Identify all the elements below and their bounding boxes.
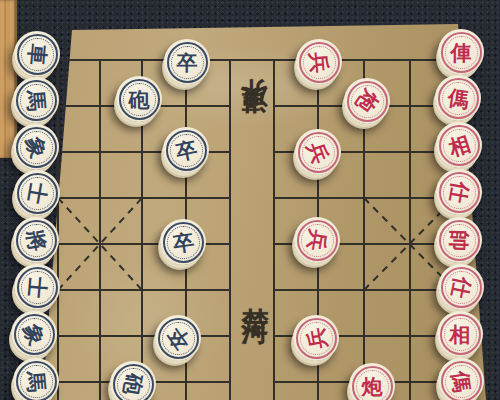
river-label-hanjie: 漢界 (236, 116, 272, 136)
black-general-tray[interactable]: 將 (13, 217, 59, 263)
red-general-tray-face: 帥 (439, 220, 480, 261)
black-soldier-3[interactable]: 卒 (160, 219, 206, 265)
red-cannon-1-face: 炮 (347, 81, 388, 122)
black-elephant-tray-1-glyph: 象 (23, 134, 49, 160)
red-soldier-3[interactable]: 兵 (294, 217, 340, 263)
red-advisor-tray-1-face: 仕 (439, 172, 480, 213)
black-cannon-2[interactable]: 砲 (110, 361, 156, 400)
red-chariot-tray[interactable]: 俥 (438, 29, 484, 75)
red-advisor-tray-1-glyph: 仕 (447, 180, 471, 204)
red-general-tray-glyph: 帥 (448, 229, 470, 251)
black-soldier-4-face: 卒 (158, 318, 199, 359)
red-horse-tray-1-glyph: 傌 (446, 86, 470, 110)
black-cannon-1-glyph: 砲 (129, 89, 150, 110)
black-advisor-tray-2-face: 士 (17, 267, 58, 308)
black-advisor-tray-2-glyph: 士 (26, 276, 49, 299)
black-cannon-2-face: 砲 (113, 364, 154, 400)
black-soldier-2-face: 卒 (166, 130, 207, 171)
black-cannon-2-glyph: 砲 (121, 372, 145, 396)
black-advisor-tray-1[interactable]: 士 (14, 170, 60, 216)
black-cannon-1-face: 砲 (119, 79, 160, 120)
red-general-tray[interactable]: 帥 (436, 217, 482, 263)
river-label-chuhe: 楚河 (237, 286, 273, 306)
red-advisor-tray-2[interactable]: 仕 (438, 264, 484, 310)
black-horse-tray-1-glyph: 馬 (25, 89, 48, 112)
red-soldier-2-glyph: 兵 (305, 139, 332, 166)
red-advisor-tray-2-face: 仕 (441, 267, 482, 308)
black-general-tray-face: 將 (16, 220, 57, 261)
black-soldier-4[interactable]: 卒 (155, 315, 201, 361)
red-soldier-1-face: 兵 (299, 42, 340, 83)
black-elephant-tray-1[interactable]: 象 (13, 124, 59, 170)
red-advisor-tray-2-glyph: 仕 (449, 275, 474, 300)
black-elephant-tray-2[interactable]: 象 (11, 311, 57, 357)
red-chariot-tray-face: 俥 (441, 32, 482, 73)
black-soldier-1[interactable]: 卒 (164, 39, 210, 85)
red-advisor-tray-1[interactable]: 仕 (436, 169, 482, 215)
red-cannon-2-glyph: 炮 (362, 376, 383, 397)
black-cannon-1[interactable]: 砲 (116, 76, 162, 122)
black-horse-tray-1-face: 馬 (16, 80, 57, 121)
black-soldier-2-glyph: 卒 (174, 138, 199, 163)
red-soldier-2-face: 兵 (298, 132, 339, 173)
black-soldier-3-face: 卒 (163, 222, 204, 263)
red-cannon-1-glyph: 炮 (352, 86, 381, 115)
red-horse-tray-2[interactable]: 傌 (438, 358, 484, 400)
red-soldier-4[interactable]: 兵 (293, 315, 339, 361)
black-general-tray-glyph: 將 (24, 228, 48, 252)
red-soldier-3-glyph: 兵 (305, 228, 329, 252)
black-elephant-tray-2-face: 象 (14, 314, 55, 355)
red-soldier-4-glyph: 兵 (304, 326, 328, 350)
black-soldier-3-glyph: 卒 (171, 230, 195, 254)
black-soldier-1-face: 卒 (167, 42, 208, 83)
black-chariot-tray-glyph: 車 (26, 43, 49, 66)
red-horse-tray-2-glyph: 傌 (449, 369, 473, 393)
black-chariot-tray[interactable]: 車 (14, 31, 60, 77)
black-horse-tray-2[interactable]: 馬 (13, 358, 59, 400)
red-soldier-1[interactable]: 兵 (296, 39, 342, 85)
red-elephant-tray-2-glyph: 相 (450, 324, 471, 345)
red-horse-tray-1-face: 傌 (438, 78, 479, 119)
red-cannon-2-face: 炮 (352, 366, 393, 400)
red-cannon-1[interactable]: 炮 (344, 78, 390, 124)
red-horse-tray-2-face: 傌 (441, 361, 482, 400)
red-elephant-tray-1-glyph: 相 (446, 132, 472, 158)
black-horse-tray-1[interactable]: 馬 (13, 77, 59, 123)
black-soldier-2[interactable]: 卒 (163, 127, 209, 173)
black-chariot-tray-face: 車 (17, 34, 58, 75)
red-soldier-2[interactable]: 兵 (295, 129, 341, 175)
red-soldier-4-face: 兵 (296, 318, 337, 359)
red-elephant-tray-1[interactable]: 相 (436, 122, 482, 168)
red-elephant-tray-1-face: 相 (439, 125, 480, 166)
black-advisor-tray-1-face: 士 (17, 173, 58, 214)
black-horse-tray-2-glyph: 馬 (25, 370, 48, 393)
black-horse-tray-2-face: 馬 (16, 361, 57, 400)
board-grid (0, 0, 500, 400)
black-advisor-tray-1-glyph: 士 (25, 181, 49, 205)
red-chariot-tray-glyph: 俥 (451, 42, 472, 63)
red-soldier-1-glyph: 兵 (308, 51, 331, 74)
black-soldier-1-glyph: 卒 (177, 52, 198, 73)
red-elephant-tray-2-face: 相 (440, 314, 481, 355)
black-soldier-4-glyph: 卒 (163, 323, 192, 352)
red-elephant-tray-2[interactable]: 相 (437, 311, 483, 357)
black-elephant-tray-2-glyph: 象 (21, 321, 48, 348)
photo-stage: 漢界 楚河 車馬象士將士象馬俥傌相仕帥仕相傌卒砲卒卒卒砲兵炮兵兵兵炮 (0, 0, 500, 400)
red-soldier-3-face: 兵 (297, 220, 338, 261)
red-horse-tray-1[interactable]: 傌 (435, 75, 481, 121)
black-advisor-tray-2[interactable]: 士 (14, 264, 60, 310)
black-elephant-tray-1-face: 象 (16, 127, 57, 168)
